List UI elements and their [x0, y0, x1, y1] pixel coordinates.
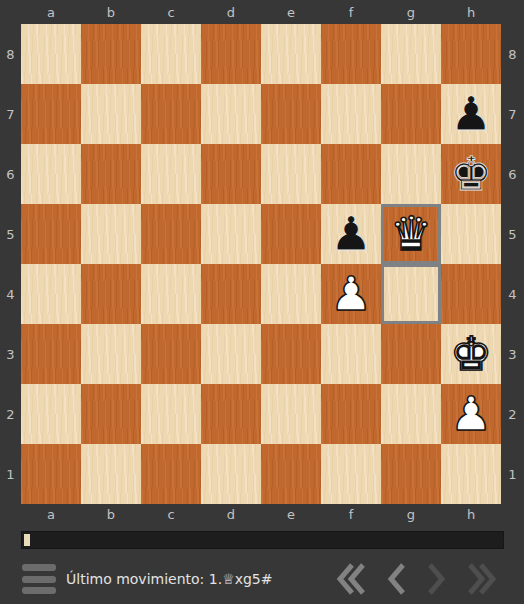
square-f5[interactable]: ♟	[321, 204, 381, 264]
file-label-e: e	[261, 504, 321, 525]
rank-label-5: 5	[0, 204, 21, 264]
square-h4[interactable]	[441, 264, 501, 324]
square-f6[interactable]	[321, 144, 381, 204]
square-f3[interactable]	[321, 324, 381, 384]
square-c7[interactable]	[141, 84, 201, 144]
square-d8[interactable]	[201, 24, 261, 84]
file-label-g: g	[381, 0, 441, 24]
square-b6[interactable]	[81, 144, 141, 204]
piece-black-king[interactable]: ♚	[450, 144, 492, 204]
square-c5[interactable]	[141, 204, 201, 264]
file-label-d: d	[201, 504, 261, 525]
square-a7[interactable]	[21, 84, 81, 144]
file-label-c: c	[141, 504, 201, 525]
square-d1[interactable]	[201, 444, 261, 504]
square-h3[interactable]: ♚	[441, 324, 501, 384]
square-d7[interactable]	[201, 84, 261, 144]
double-chevron-left-icon	[335, 562, 367, 596]
file-labels-bottom: abcdefgh	[21, 504, 501, 525]
square-e8[interactable]	[261, 24, 321, 84]
chess-app: abcdefgh 87654321 87654321 ♟♚♟♛♟♚♟ abcde…	[0, 0, 524, 604]
square-a3[interactable]	[21, 324, 81, 384]
square-h6[interactable]: ♚	[441, 144, 501, 204]
rank-labels-right: 87654321	[501, 24, 524, 504]
piece-black-pawn[interactable]: ♟	[450, 84, 492, 144]
chevron-right-icon	[425, 562, 449, 596]
piece-white-pawn[interactable]: ♟	[450, 384, 492, 444]
rank-label-3: 3	[0, 324, 21, 384]
square-e5[interactable]	[261, 204, 321, 264]
last-move-text: Último movimiento: 1.♕xg5#	[66, 571, 273, 587]
rank-label-4: 4	[501, 264, 524, 324]
rank-label-2: 2	[0, 384, 21, 444]
rank-label-4: 4	[0, 264, 21, 324]
square-c4[interactable]	[141, 264, 201, 324]
rank-label-7: 7	[501, 84, 524, 144]
square-e2[interactable]	[261, 384, 321, 444]
rank-label-7: 7	[0, 84, 21, 144]
rank-label-8: 8	[501, 24, 524, 84]
square-c2[interactable]	[141, 384, 201, 444]
square-h2[interactable]: ♟	[441, 384, 501, 444]
rank-label-6: 6	[0, 144, 21, 204]
square-e1[interactable]	[261, 444, 321, 504]
square-c6[interactable]	[141, 144, 201, 204]
rank-labels-left: 87654321	[0, 24, 21, 504]
square-b3[interactable]	[81, 324, 141, 384]
square-a4[interactable]	[21, 264, 81, 324]
square-f8[interactable]	[321, 24, 381, 84]
square-g2[interactable]	[381, 384, 441, 444]
hamburger-icon	[22, 576, 56, 583]
square-f2[interactable]	[321, 384, 381, 444]
square-a8[interactable]	[21, 24, 81, 84]
square-c8[interactable]	[141, 24, 201, 84]
double-chevron-right-icon	[466, 562, 498, 596]
square-g4[interactable]	[381, 264, 441, 324]
hamburger-icon	[22, 564, 56, 571]
square-b1[interactable]	[81, 444, 141, 504]
square-g6[interactable]	[381, 144, 441, 204]
file-label-f: f	[321, 504, 381, 525]
piece-white-king[interactable]: ♚	[450, 324, 492, 384]
square-h8[interactable]	[441, 24, 501, 84]
file-label-a: a	[21, 0, 81, 24]
square-c1[interactable]	[141, 444, 201, 504]
menu-button[interactable]	[22, 564, 56, 594]
square-g5[interactable]: ♛	[381, 204, 441, 264]
rank-label-8: 8	[0, 24, 21, 84]
square-h1[interactable]	[441, 444, 501, 504]
rank-label-6: 6	[501, 144, 524, 204]
go-to-start-button[interactable]	[335, 562, 367, 596]
square-d6[interactable]	[201, 144, 261, 204]
file-label-h: h	[441, 0, 501, 24]
file-label-h: h	[441, 504, 501, 525]
square-f1[interactable]	[321, 444, 381, 504]
square-d3[interactable]	[201, 324, 261, 384]
square-b8[interactable]	[81, 24, 141, 84]
file-label-e: e	[261, 0, 321, 24]
chevron-left-icon	[384, 562, 408, 596]
square-e4[interactable]	[261, 264, 321, 324]
square-g3[interactable]	[381, 324, 441, 384]
go-to-end-button[interactable]	[466, 562, 498, 596]
progress-marker[interactable]	[24, 534, 30, 546]
game-progress-bar[interactable]	[21, 531, 504, 549]
square-d5[interactable]	[201, 204, 261, 264]
file-label-c: c	[141, 0, 201, 24]
square-a6[interactable]	[21, 144, 81, 204]
square-d2[interactable]	[201, 384, 261, 444]
square-f4[interactable]: ♟	[321, 264, 381, 324]
square-g8[interactable]	[381, 24, 441, 84]
rank-label-3: 3	[501, 324, 524, 384]
piece-white-queen[interactable]: ♛	[390, 204, 432, 264]
piece-black-pawn[interactable]: ♟	[330, 204, 372, 264]
square-h5[interactable]	[441, 204, 501, 264]
bottom-toolbar: Último movimiento: 1.♕xg5#	[0, 554, 524, 604]
square-d4[interactable]	[201, 264, 261, 324]
square-b5[interactable]	[81, 204, 141, 264]
square-a1[interactable]	[21, 444, 81, 504]
hamburger-icon	[22, 587, 56, 594]
previous-move-button[interactable]	[384, 562, 408, 596]
piece-white-pawn[interactable]: ♟	[330, 264, 372, 324]
move-navigation	[335, 562, 498, 596]
square-e6[interactable]	[261, 144, 321, 204]
square-b4[interactable]	[81, 264, 141, 324]
square-g7[interactable]	[381, 84, 441, 144]
file-label-b: b	[81, 504, 141, 525]
rank-label-1: 1	[0, 444, 21, 504]
square-a2[interactable]	[21, 384, 81, 444]
square-b2[interactable]	[81, 384, 141, 444]
file-labels-top: abcdefgh	[21, 0, 501, 24]
file-label-a: a	[21, 504, 81, 525]
file-label-g: g	[381, 504, 441, 525]
file-label-d: d	[201, 0, 261, 24]
square-c3[interactable]	[141, 324, 201, 384]
square-h7[interactable]: ♟	[441, 84, 501, 144]
square-e7[interactable]	[261, 84, 321, 144]
square-f7[interactable]	[321, 84, 381, 144]
chess-board[interactable]: ♟♚♟♛♟♚♟	[21, 24, 501, 504]
rank-label-5: 5	[501, 204, 524, 264]
square-g1[interactable]	[381, 444, 441, 504]
rank-label-1: 1	[501, 444, 524, 504]
file-label-f: f	[321, 0, 381, 24]
square-e3[interactable]	[261, 324, 321, 384]
square-b7[interactable]	[81, 84, 141, 144]
rank-label-2: 2	[501, 384, 524, 444]
file-label-b: b	[81, 0, 141, 24]
square-a5[interactable]	[21, 204, 81, 264]
next-move-button[interactable]	[425, 562, 449, 596]
